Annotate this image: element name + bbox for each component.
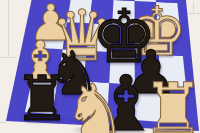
piece-black-rook[interactable]: ♜ (14, 68, 70, 130)
chessboard-photo: ♟♛♚♚♝♞♟♜♞♝♜ (0, 0, 200, 133)
piece-white-rook[interactable]: ♜ (142, 74, 200, 133)
piece-white-knight[interactable]: ♞ (64, 75, 127, 133)
